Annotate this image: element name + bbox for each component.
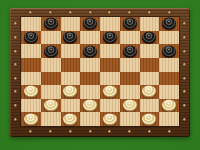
light-piece[interactable] — [83, 100, 97, 111]
frame-pin — [108, 11, 111, 14]
frame-pin — [69, 130, 72, 133]
square-3-1 — [41, 58, 61, 72]
square-3-0[interactable] — [21, 58, 41, 72]
dark-piece[interactable] — [162, 18, 176, 29]
square-1-7 — [159, 31, 179, 45]
game-scene — [0, 0, 200, 150]
frame-pin — [128, 11, 131, 14]
square-1-6[interactable] — [140, 31, 160, 45]
frame-pin — [14, 63, 17, 66]
square-7-3 — [80, 112, 100, 126]
square-7-0[interactable] — [21, 112, 41, 126]
frame-pin — [168, 11, 171, 14]
frame-pin — [183, 104, 186, 107]
frame-pin — [89, 130, 92, 133]
light-piece[interactable] — [142, 86, 156, 97]
square-2-7[interactable] — [159, 44, 179, 58]
square-0-5[interactable] — [120, 17, 140, 31]
frame-pin — [14, 36, 17, 39]
dark-piece[interactable] — [63, 31, 77, 42]
square-3-4[interactable] — [100, 58, 120, 72]
square-0-7[interactable] — [159, 17, 179, 31]
frame-pin — [183, 63, 186, 66]
light-piece[interactable] — [63, 113, 77, 124]
dark-piece[interactable] — [123, 45, 137, 56]
square-2-5[interactable] — [120, 44, 140, 58]
frame-pin — [14, 104, 17, 107]
light-piece[interactable] — [103, 86, 117, 97]
square-5-7 — [159, 85, 179, 99]
light-piece[interactable] — [103, 113, 117, 124]
square-6-7[interactable] — [159, 99, 179, 113]
frame-pin — [14, 77, 17, 80]
square-4-1[interactable] — [41, 72, 61, 86]
frame-pin — [148, 130, 151, 133]
square-4-3[interactable] — [80, 72, 100, 86]
light-piece[interactable] — [24, 86, 38, 97]
square-2-2 — [61, 44, 81, 58]
square-4-5[interactable] — [120, 72, 140, 86]
square-6-2 — [61, 99, 81, 113]
square-1-0[interactable] — [21, 31, 41, 45]
square-1-2[interactable] — [61, 31, 81, 45]
square-7-2[interactable] — [61, 112, 81, 126]
light-piece[interactable] — [44, 100, 58, 111]
dark-piece[interactable] — [44, 18, 58, 29]
square-0-0 — [21, 17, 41, 31]
square-5-2[interactable] — [61, 85, 81, 99]
frame-pin — [128, 130, 131, 133]
dark-piece[interactable] — [24, 31, 38, 42]
frame-pin — [49, 130, 52, 133]
frame-pin — [29, 130, 32, 133]
square-5-1 — [41, 85, 61, 99]
frame-pin — [183, 118, 186, 121]
dark-piece[interactable] — [83, 45, 97, 56]
frame-pin — [29, 11, 32, 14]
square-2-3[interactable] — [80, 44, 100, 58]
square-0-4 — [100, 17, 120, 31]
dark-piece[interactable] — [123, 18, 137, 29]
light-piece[interactable] — [63, 86, 77, 97]
square-1-4[interactable] — [100, 31, 120, 45]
square-7-6[interactable] — [140, 112, 160, 126]
square-6-5[interactable] — [120, 99, 140, 113]
frame-pin — [183, 90, 186, 93]
square-4-6 — [140, 72, 160, 86]
square-1-5 — [120, 31, 140, 45]
square-3-2[interactable] — [61, 58, 81, 72]
square-4-7[interactable] — [159, 72, 179, 86]
square-3-6[interactable] — [140, 58, 160, 72]
square-6-0 — [21, 99, 41, 113]
light-piece[interactable] — [123, 100, 137, 111]
frame-pin — [89, 11, 92, 14]
frame-pin — [148, 11, 151, 14]
dark-piece[interactable] — [83, 18, 97, 29]
square-7-7 — [159, 112, 179, 126]
square-7-4[interactable] — [100, 112, 120, 126]
square-2-1[interactable] — [41, 44, 61, 58]
square-1-1 — [41, 31, 61, 45]
square-1-3 — [80, 31, 100, 45]
frame-pin — [183, 77, 186, 80]
square-2-0 — [21, 44, 41, 58]
square-2-4 — [100, 44, 120, 58]
square-6-6 — [140, 99, 160, 113]
light-piece[interactable] — [142, 113, 156, 124]
square-4-2 — [61, 72, 81, 86]
frame-pin — [183, 36, 186, 39]
square-6-1[interactable] — [41, 99, 61, 113]
square-0-2 — [61, 17, 81, 31]
frame-pin — [168, 130, 171, 133]
square-3-3 — [80, 58, 100, 72]
dark-piece[interactable] — [44, 45, 58, 56]
square-3-7 — [159, 58, 179, 72]
dark-piece[interactable] — [162, 45, 176, 56]
square-5-3 — [80, 85, 100, 99]
frame-pin — [108, 130, 111, 133]
light-piece[interactable] — [162, 100, 176, 111]
light-piece[interactable] — [24, 113, 38, 124]
square-3-5 — [120, 58, 140, 72]
square-4-0 — [21, 72, 41, 86]
square-5-4[interactable] — [100, 85, 120, 99]
square-7-1 — [41, 112, 61, 126]
frame-pin — [14, 90, 17, 93]
square-0-1[interactable] — [41, 17, 61, 31]
board-frame — [10, 8, 190, 137]
square-5-6[interactable] — [140, 85, 160, 99]
square-4-4 — [100, 72, 120, 86]
dark-piece[interactable] — [142, 31, 156, 42]
frame-pin — [14, 118, 17, 121]
square-6-3[interactable] — [80, 99, 100, 113]
square-5-5 — [120, 85, 140, 99]
frame-pin — [49, 11, 52, 14]
square-2-6 — [140, 44, 160, 58]
board[interactable] — [21, 17, 179, 126]
frame-pin — [69, 11, 72, 14]
square-0-3[interactable] — [80, 17, 100, 31]
frame-pin — [183, 22, 186, 25]
square-0-6 — [140, 17, 160, 31]
square-6-4 — [100, 99, 120, 113]
frame-pin — [14, 22, 17, 25]
square-5-0[interactable] — [21, 85, 41, 99]
dark-piece[interactable] — [103, 31, 117, 42]
frame-pin — [14, 50, 17, 53]
frame-pin — [183, 50, 186, 53]
square-7-5 — [120, 112, 140, 126]
